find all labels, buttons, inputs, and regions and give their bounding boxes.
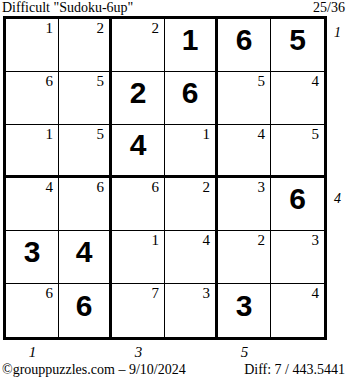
- cell-r6c4[interactable]: 3: [165, 284, 218, 337]
- cell-r5c1[interactable]: 3: [6, 231, 59, 284]
- cell-r1c4[interactable]: 1: [165, 19, 218, 72]
- cell-r6c6[interactable]: 4: [271, 284, 324, 337]
- cell-r4c1[interactable]: 4: [6, 178, 59, 231]
- pencil-number: 3: [203, 285, 211, 301]
- cell-r3c3[interactable]: 4: [112, 125, 165, 178]
- cell-r4c4[interactable]: 2: [165, 178, 218, 231]
- col-label-3: 3: [112, 345, 165, 360]
- cell-r1c1[interactable]: 1: [6, 19, 59, 72]
- puzzle-title: Difficult "Sudoku-6up": [2, 0, 133, 15]
- pencil-number: 4: [258, 126, 266, 142]
- cell-r1c2[interactable]: 2: [59, 19, 112, 72]
- cell-r6c1[interactable]: 6: [6, 284, 59, 337]
- cell-r4c2[interactable]: 6: [59, 178, 112, 231]
- pencil-number: 5: [97, 73, 105, 89]
- cells-remaining-counter: 25/36: [313, 0, 345, 15]
- cell-r3c5[interactable]: 4: [218, 125, 271, 178]
- cell-r5c5[interactable]: 2: [218, 231, 271, 284]
- placed-number: 4: [112, 125, 164, 165]
- cell-r2c3[interactable]: 2: [112, 72, 165, 125]
- placed-number: 4: [59, 231, 109, 273]
- difficulty-text: Diff: 7 / 443.5441: [244, 362, 345, 377]
- cell-r6c5[interactable]: 3: [218, 284, 271, 337]
- cell-r4c3[interactable]: 6: [112, 178, 165, 231]
- board: 122165652654154145466236341423667334: [3, 16, 327, 340]
- pencil-number: 5: [97, 126, 105, 142]
- cell-r3c2[interactable]: 5: [59, 125, 112, 178]
- copyright-date-text: ©grouppuzzles.com – 9/10/2024: [2, 362, 186, 377]
- pencil-number: 4: [312, 285, 320, 301]
- pencil-number: 1: [203, 126, 211, 142]
- pencil-number: 1: [46, 20, 54, 36]
- pencil-number: 1: [152, 232, 160, 248]
- pencil-number: 1: [46, 126, 54, 142]
- cell-r6c3[interactable]: 7: [112, 284, 165, 337]
- cell-r5c3[interactable]: 1: [112, 231, 165, 284]
- cell-r2c6[interactable]: 4: [271, 72, 324, 125]
- placed-number: 6: [59, 284, 109, 327]
- placed-number: 1: [165, 19, 215, 61]
- placed-number: 2: [112, 72, 164, 114]
- pencil-number: 6: [46, 285, 54, 301]
- placed-number: 5: [271, 19, 324, 61]
- pencil-number: 2: [97, 20, 105, 36]
- cell-r3c1[interactable]: 1: [6, 125, 59, 178]
- pencil-number: 2: [258, 232, 266, 248]
- placed-number: 3: [6, 231, 58, 273]
- cell-r2c1[interactable]: 6: [6, 72, 59, 125]
- cell-r4c5[interactable]: 3: [218, 178, 271, 231]
- pencil-number: 7: [152, 285, 160, 301]
- cell-r1c5[interactable]: 6: [218, 19, 271, 72]
- header: Difficult "Sudoku-6up" 25/36: [2, 0, 345, 15]
- cell-r4c6[interactable]: 6: [271, 178, 324, 231]
- cell-r2c2[interactable]: 5: [59, 72, 112, 125]
- footer: ©grouppuzzles.com – 9/10/2024 Diff: 7 / …: [2, 362, 345, 377]
- pencil-number: 5: [312, 126, 320, 142]
- pencil-number: 2: [203, 179, 211, 195]
- cell-r5c4[interactable]: 4: [165, 231, 218, 284]
- row-label-4: 4: [334, 192, 346, 206]
- pencil-number: 3: [258, 179, 266, 195]
- pencil-number: 5: [258, 73, 266, 89]
- pencil-number: 2: [152, 20, 160, 36]
- cell-r1c6[interactable]: 5: [271, 19, 324, 72]
- pencil-number: 6: [152, 179, 160, 195]
- cell-r5c2[interactable]: 4: [59, 231, 112, 284]
- placed-number: 6: [271, 178, 324, 220]
- col-label-5: 5: [218, 345, 271, 360]
- cell-r6c2[interactable]: 6: [59, 284, 112, 337]
- pencil-number: 6: [97, 179, 105, 195]
- pencil-number: 4: [203, 232, 211, 248]
- pencil-number: 4: [312, 73, 320, 89]
- placed-number: 3: [218, 284, 270, 327]
- placed-number: 6: [218, 19, 270, 61]
- row-label-1: 1: [334, 26, 346, 40]
- pencil-number: 3: [312, 232, 320, 248]
- cell-r2c4[interactable]: 6: [165, 72, 218, 125]
- cell-r3c6[interactable]: 5: [271, 125, 324, 178]
- cell-r1c3[interactable]: 2: [112, 19, 165, 72]
- col-label-1: 1: [6, 345, 59, 360]
- cell-r2c5[interactable]: 5: [218, 72, 271, 125]
- pencil-number: 4: [46, 179, 54, 195]
- cell-r3c4[interactable]: 1: [165, 125, 218, 178]
- pencil-number: 6: [46, 73, 54, 89]
- placed-number: 6: [165, 72, 215, 114]
- cell-r5c6[interactable]: 3: [271, 231, 324, 284]
